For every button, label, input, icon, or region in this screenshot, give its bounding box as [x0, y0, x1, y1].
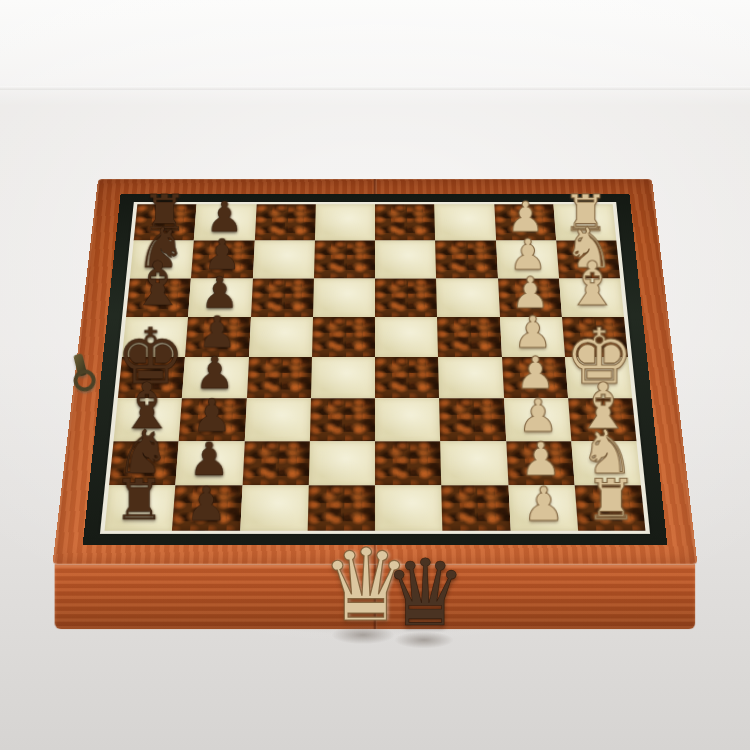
square-r3c2[interactable]	[249, 317, 313, 357]
square-r4c2[interactable]	[246, 357, 311, 398]
piece-dark-pawn[interactable]: ♟	[185, 481, 227, 528]
square-r5c2[interactable]	[244, 398, 310, 441]
board-grid: ♜♟♟♜♞♟♟♞♝♟♟♝♟♟♚♟♟♚♝♟♟♝♞♟♟♞♜♟♟♜	[105, 204, 646, 531]
square-r7c2[interactable]	[240, 485, 309, 531]
square-r2c3[interactable]	[313, 278, 375, 317]
square-r4c3[interactable]	[311, 357, 375, 398]
square-r7c3[interactable]	[307, 485, 375, 531]
square-r3c4[interactable]	[375, 317, 438, 357]
square-r1c5[interactable]	[435, 241, 497, 279]
piece-dark-pawn[interactable]: ♟	[188, 436, 229, 482]
square-r4c5[interactable]	[438, 357, 503, 398]
square-r0c4[interactable]	[375, 204, 435, 240]
photo-scene: ♜♟♟♜♞♟♟♞♝♟♟♝♟♟♚♟♟♚♝♟♟♝♞♟♟♞♜♟♟♜ ♛♛	[0, 0, 750, 750]
board-border-line: ♜♟♟♜♞♟♟♞♝♟♟♝♟♟♚♟♟♚♝♟♟♝♞♟♟♞♜♟♟♜	[100, 202, 650, 534]
square-r6c5[interactable]	[440, 441, 508, 485]
off-board-dark-queen[interactable]: ♛	[384, 548, 466, 640]
piece-light-pawn[interactable]: ♟	[523, 481, 565, 528]
square-r3c5[interactable]	[437, 317, 501, 357]
backdrop-crease	[0, 86, 750, 90]
square-r7c0[interactable]: ♜	[105, 485, 176, 531]
square-r2c4[interactable]	[375, 278, 437, 317]
square-r1c4[interactable]	[375, 241, 436, 279]
piece-light-pawn[interactable]: ♟	[520, 436, 561, 482]
square-r6c4[interactable]	[375, 441, 441, 485]
square-r1c2[interactable]	[252, 241, 314, 279]
square-r7c6[interactable]: ♟	[508, 485, 578, 531]
piece-light-bishop[interactable]: ♝	[565, 254, 620, 315]
square-r6c2[interactable]	[242, 441, 310, 485]
square-r6c3[interactable]	[309, 441, 375, 485]
square-r7c4[interactable]	[375, 485, 443, 531]
square-r1c3[interactable]	[314, 241, 375, 279]
square-r0c3[interactable]	[315, 204, 375, 240]
square-r7c7[interactable]: ♜	[574, 485, 645, 531]
square-r2c5[interactable]	[436, 278, 499, 317]
square-r2c2[interactable]	[251, 278, 314, 317]
board-margin: ♜♟♟♜♞♟♟♞♝♟♟♝♟♟♚♟♟♚♝♟♟♝♞♟♟♞♜♟♟♜	[83, 194, 668, 545]
square-r7c5[interactable]	[441, 485, 510, 531]
chess-board-box: ♜♟♟♜♞♟♟♞♝♟♟♝♟♟♚♟♟♚♝♟♟♝♞♟♟♞♜♟♟♜	[52, 179, 697, 564]
piece-light-rook[interactable]: ♜	[586, 471, 637, 528]
square-r5c5[interactable]	[439, 398, 505, 441]
square-r0c5[interactable]	[434, 204, 495, 240]
square-r5c4[interactable]	[375, 398, 440, 441]
piece-dark-rook[interactable]: ♜	[113, 471, 164, 528]
square-r7c1[interactable]: ♟	[172, 485, 242, 531]
square-r4c4[interactable]	[375, 357, 439, 398]
square-r3c3[interactable]	[312, 317, 375, 357]
square-r5c3[interactable]	[310, 398, 375, 441]
square-r0c2[interactable]	[254, 204, 315, 240]
piece-dark-bishop[interactable]: ♝	[130, 254, 185, 315]
